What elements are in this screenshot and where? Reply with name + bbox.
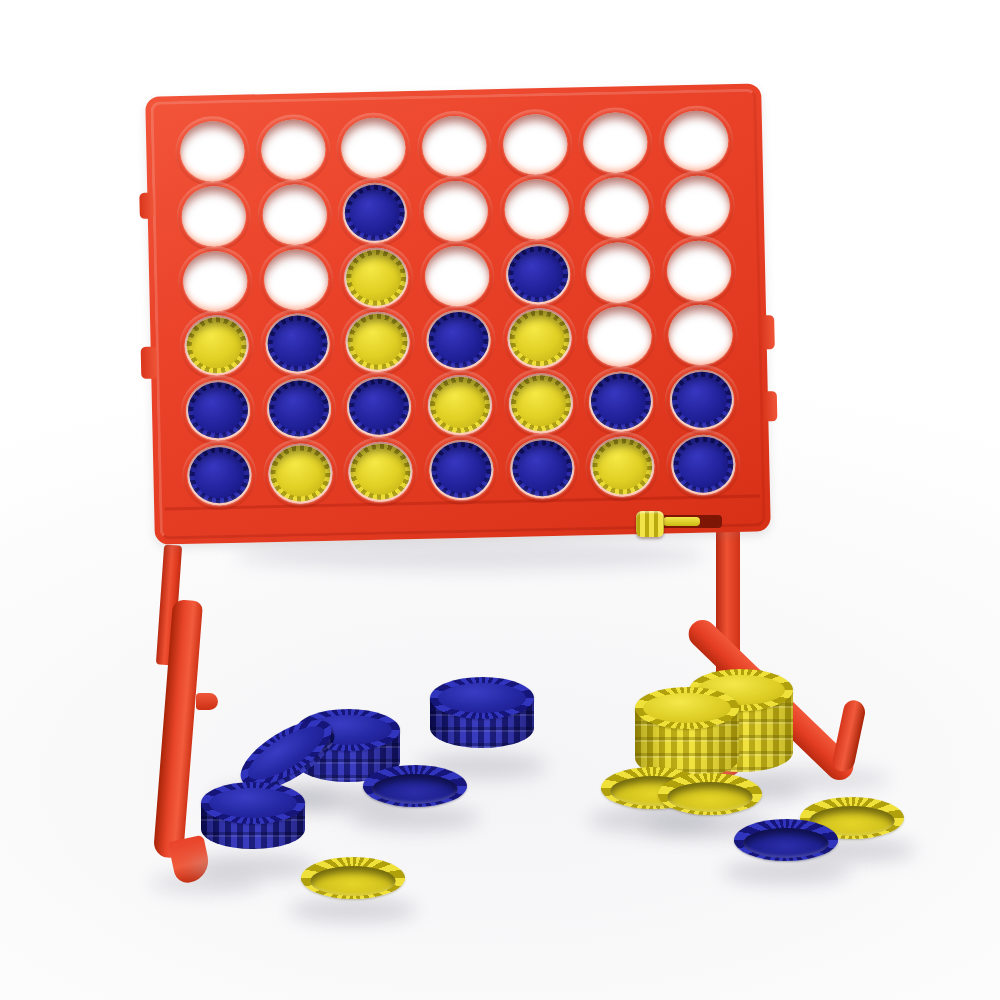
floor-chips — [0, 0, 1000, 1000]
floor-chip-blue-cylinder — [201, 782, 305, 870]
chip-top-face — [201, 782, 305, 824]
scene — [0, 0, 1000, 1000]
chip-top-face — [430, 677, 534, 719]
floor-chip-yellow-dish — [301, 857, 405, 913]
chip-top-face — [734, 819, 838, 861]
chip-top-face — [363, 765, 467, 807]
floor-chip-blue-dish — [363, 765, 467, 821]
chip-top-face — [658, 773, 762, 815]
chip-top-face — [301, 857, 405, 899]
floor-chip-blue-dish — [734, 819, 838, 875]
chip-top-face — [635, 687, 739, 729]
floor-chip-blue-cylinder — [430, 677, 534, 769]
